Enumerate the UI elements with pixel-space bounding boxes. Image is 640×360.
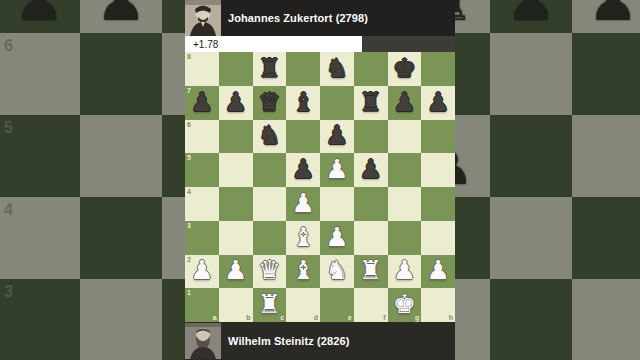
square-g1[interactable]: g♚ xyxy=(388,288,422,322)
square-a4: 4 xyxy=(0,197,80,279)
square-b7: ♟ xyxy=(80,0,162,33)
square-e7[interactable] xyxy=(320,86,354,120)
bottom-player-name: Wilhelm Steinitz (2826) xyxy=(228,335,349,347)
black-knight-piece: ♞ xyxy=(258,122,281,148)
square-d5[interactable]: ♟ xyxy=(286,153,320,187)
rank-label: 3 xyxy=(4,283,13,301)
black-pawn-piece: ♟ xyxy=(14,0,64,33)
rank-label: 1 xyxy=(187,289,191,296)
square-a1[interactable]: 1a xyxy=(185,288,219,322)
white-pawn-piece: ♟ xyxy=(393,257,416,283)
file-label: a xyxy=(213,314,217,321)
square-e6[interactable]: ♟ xyxy=(320,120,354,154)
file-label: b xyxy=(246,314,250,321)
square-g8[interactable]: ♚ xyxy=(388,52,422,86)
square-e2[interactable]: ♞ xyxy=(320,255,354,289)
square-d8[interactable] xyxy=(286,52,320,86)
file-label: f xyxy=(383,314,385,321)
bottom-player-avatar xyxy=(185,323,221,359)
square-e1[interactable]: e xyxy=(320,288,354,322)
square-h3[interactable] xyxy=(421,221,455,255)
evaluation-bar: +1.78 xyxy=(185,36,455,52)
square-d3[interactable]: ♝ xyxy=(286,221,320,255)
white-knight-piece: ♞ xyxy=(325,257,348,283)
black-pawn-piece: ♟ xyxy=(190,89,213,115)
square-a7: 7♟ xyxy=(0,0,80,33)
square-f7[interactable]: ♜ xyxy=(354,86,388,120)
evaluation-value: +1.78 xyxy=(185,39,218,50)
rank-label: 4 xyxy=(4,201,13,219)
square-b1[interactable]: b xyxy=(219,288,253,322)
black-pawn-piece: ♟ xyxy=(393,89,416,115)
file-label: h xyxy=(449,314,453,321)
square-f6[interactable] xyxy=(354,120,388,154)
square-a8[interactable]: 8 xyxy=(185,52,219,86)
rank-label: 4 xyxy=(187,188,191,195)
square-b7[interactable]: ♟ xyxy=(219,86,253,120)
square-a2[interactable]: 2♟ xyxy=(185,255,219,289)
file-label: g xyxy=(415,314,419,321)
screenshot-stage: 8♜♞♚7♟♟♛♝♜♟♟6♞♟5♟♟♟4♟3♝♟2♟♟♛♝♞♜♟♟1♜♚ Joh… xyxy=(0,0,640,360)
square-g3 xyxy=(490,279,572,360)
app-column: Johannes Zukertort (2798) +1.78 8♜♞♚7♟♟♛… xyxy=(185,0,455,360)
square-d4[interactable]: ♟ xyxy=(286,187,320,221)
square-b4[interactable] xyxy=(219,187,253,221)
square-a5[interactable]: 5 xyxy=(185,153,219,187)
rank-label: 6 xyxy=(4,37,13,55)
square-a3[interactable]: 3 xyxy=(185,221,219,255)
square-e3[interactable]: ♟ xyxy=(320,221,354,255)
square-b6[interactable] xyxy=(219,120,253,154)
square-g5[interactable] xyxy=(388,153,422,187)
square-h5 xyxy=(572,115,640,197)
black-pawn-piece: ♟ xyxy=(588,0,638,33)
rank-label: 8 xyxy=(187,53,191,60)
square-d7[interactable]: ♝ xyxy=(286,86,320,120)
white-pawn-piece: ♟ xyxy=(325,224,348,250)
white-pawn-piece: ♟ xyxy=(325,156,348,182)
white-rook-piece: ♜ xyxy=(359,257,382,283)
square-h8[interactable] xyxy=(421,52,455,86)
square-g7: ♟ xyxy=(490,0,572,33)
square-d6[interactable] xyxy=(286,120,320,154)
rank-label: 5 xyxy=(4,119,13,137)
square-g6 xyxy=(490,33,572,115)
square-c5[interactable] xyxy=(253,153,287,187)
white-pawn-piece: ♟ xyxy=(426,257,449,283)
white-king-piece: ♚ xyxy=(393,291,416,317)
top-player-name: Johannes Zukertort (2798) xyxy=(228,12,368,24)
black-rook-piece: ♜ xyxy=(258,55,281,81)
rank-label: 7 xyxy=(187,87,191,94)
white-rook-piece: ♜ xyxy=(258,291,281,317)
square-h7[interactable]: ♟ xyxy=(421,86,455,120)
square-f4[interactable] xyxy=(354,187,388,221)
square-g7[interactable]: ♟ xyxy=(388,86,422,120)
black-knight-piece: ♞ xyxy=(325,55,348,81)
top-player-avatar xyxy=(185,0,221,36)
square-b4 xyxy=(80,197,162,279)
square-a6[interactable]: 6 xyxy=(185,120,219,154)
square-b3 xyxy=(80,279,162,360)
black-queen-piece: ♛ xyxy=(258,89,281,115)
square-d1[interactable]: d xyxy=(286,288,320,322)
white-bishop-piece: ♝ xyxy=(291,224,314,250)
square-f5[interactable]: ♟ xyxy=(354,153,388,187)
black-bishop-piece: ♝ xyxy=(291,89,314,115)
rank-label: 6 xyxy=(187,121,191,128)
square-g5 xyxy=(490,115,572,197)
white-bishop-piece: ♝ xyxy=(291,257,314,283)
black-pawn-piece: ♟ xyxy=(291,156,314,182)
square-e4[interactable] xyxy=(320,187,354,221)
file-label: d xyxy=(314,314,318,321)
black-pawn-piece: ♟ xyxy=(96,0,146,33)
square-b2[interactable]: ♟ xyxy=(219,255,253,289)
black-king-piece: ♚ xyxy=(393,55,416,81)
black-pawn-piece: ♟ xyxy=(506,0,556,33)
square-b5 xyxy=(80,115,162,197)
square-c2[interactable]: ♛ xyxy=(253,255,287,289)
black-pawn-piece: ♟ xyxy=(426,89,449,115)
square-a7[interactable]: 7♟ xyxy=(185,86,219,120)
square-a3: 3 xyxy=(0,279,80,360)
square-f2[interactable]: ♜ xyxy=(354,255,388,289)
square-f1[interactable]: f xyxy=(354,288,388,322)
square-g4 xyxy=(490,197,572,279)
square-h2[interactable]: ♟ xyxy=(421,255,455,289)
square-c7[interactable]: ♛ xyxy=(253,86,287,120)
black-pawn-piece: ♟ xyxy=(325,122,348,148)
file-label: e xyxy=(348,314,352,321)
rank-label: 5 xyxy=(187,154,191,161)
square-b5[interactable] xyxy=(219,153,253,187)
black-pawn-piece: ♟ xyxy=(359,156,382,182)
white-queen-piece: ♛ xyxy=(258,257,281,283)
square-a4[interactable]: 4 xyxy=(185,187,219,221)
square-g2[interactable]: ♟ xyxy=(388,255,422,289)
square-d2[interactable]: ♝ xyxy=(286,255,320,289)
square-g6[interactable] xyxy=(388,120,422,154)
square-f3[interactable] xyxy=(354,221,388,255)
square-h5[interactable] xyxy=(421,153,455,187)
square-b3[interactable] xyxy=(219,221,253,255)
square-b6 xyxy=(80,33,162,115)
square-c3[interactable] xyxy=(253,221,287,255)
chess-board: 8♜♞♚7♟♟♛♝♜♟♟6♞♟5♟♟♟4♟3♝♟2♟♟♛♝♞♜♟♟1abc♜de… xyxy=(185,52,455,322)
rank-label: 3 xyxy=(187,222,191,229)
white-pawn-piece: ♟ xyxy=(190,257,213,283)
square-h1[interactable]: h xyxy=(421,288,455,322)
square-e5[interactable]: ♟ xyxy=(320,153,354,187)
square-c4[interactable] xyxy=(253,187,287,221)
top-player-bar: Johannes Zukertort (2798) xyxy=(185,0,455,36)
square-h3 xyxy=(572,279,640,360)
square-b8[interactable] xyxy=(219,52,253,86)
square-g4[interactable] xyxy=(388,187,422,221)
evaluation-bar-white-fill: +1.78 xyxy=(185,36,362,52)
square-h4 xyxy=(572,197,640,279)
rank-label: 2 xyxy=(187,256,191,263)
square-h6 xyxy=(572,33,640,115)
black-pawn-piece: ♟ xyxy=(224,89,247,115)
black-rook-piece: ♜ xyxy=(359,89,382,115)
square-a6: 6 xyxy=(0,33,80,115)
square-c6[interactable]: ♞ xyxy=(253,120,287,154)
square-f8[interactable] xyxy=(354,52,388,86)
square-c1[interactable]: c♜ xyxy=(253,288,287,322)
square-c8[interactable]: ♜ xyxy=(253,52,287,86)
file-label: c xyxy=(280,314,284,321)
square-a5: 5 xyxy=(0,115,80,197)
square-g3[interactable] xyxy=(388,221,422,255)
square-e8[interactable]: ♞ xyxy=(320,52,354,86)
square-h7: ♟ xyxy=(572,0,640,33)
white-pawn-piece: ♟ xyxy=(224,257,247,283)
square-h4[interactable] xyxy=(421,187,455,221)
bottom-player-bar: Wilhelm Steinitz (2826) xyxy=(185,322,455,360)
white-pawn-piece: ♟ xyxy=(291,190,314,216)
square-h6[interactable] xyxy=(421,120,455,154)
